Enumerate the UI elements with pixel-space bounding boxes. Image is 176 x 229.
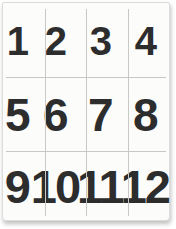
screenshot-canvas: 1 2 3 4 5 6 7 8 9 10 11 12 <box>0 0 176 229</box>
cut-line-horizontal-1 <box>6 77 166 78</box>
card-number: 9 <box>5 163 29 210</box>
cut-line-vertical-2 <box>86 9 87 216</box>
card-number: 7 <box>88 92 114 138</box>
cut-line-horizontal-2 <box>6 151 166 152</box>
number-card-8: 8 <box>123 77 169 151</box>
card-number: 11 <box>77 163 123 210</box>
number-card-2: 2 <box>33 3 79 77</box>
card-number: 1 <box>7 21 29 61</box>
cut-line-vertical-1 <box>45 9 46 216</box>
card-number: 3 <box>90 21 112 61</box>
card-number: 4 <box>135 21 157 61</box>
number-card-4: 4 <box>123 3 169 77</box>
number-card-12: 12 <box>123 151 169 220</box>
card-number: 6 <box>43 92 69 138</box>
number-card-9: 9 <box>3 151 33 220</box>
card-number: 8 <box>133 92 159 138</box>
number-sheet: 1 2 3 4 5 6 7 8 9 10 11 12 <box>2 2 170 221</box>
number-card-5: 5 <box>3 77 33 151</box>
card-number: 2 <box>45 21 67 61</box>
number-card-6: 6 <box>33 77 79 151</box>
card-number: 10 <box>31 163 79 210</box>
cut-line-vertical-3 <box>128 9 129 216</box>
card-number: 5 <box>5 92 31 138</box>
number-card-10: 10 <box>33 151 79 220</box>
number-card-1: 1 <box>3 3 33 77</box>
